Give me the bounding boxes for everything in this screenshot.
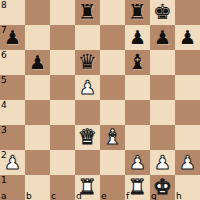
square-c7[interactable] [50, 25, 75, 50]
square-f5[interactable] [125, 75, 150, 100]
piece-black-bishop-f6: ♝ [125, 50, 150, 75]
chess-board: 8♜♜♚7♟♟♟♟6♟♛♝5♟43♛♝2♟♟♟♟1abcd♜ef♜g♚h [0, 0, 200, 200]
square-h1[interactable]: h [175, 175, 200, 200]
square-d2[interactable] [75, 150, 100, 175]
square-e4[interactable] [100, 100, 125, 125]
square-d5[interactable]: ♟ [75, 75, 100, 100]
square-d1[interactable]: d♜ [75, 175, 100, 200]
square-a1[interactable]: 1a [0, 175, 25, 200]
square-h8[interactable] [175, 0, 200, 25]
rank-label-3: 3 [1, 125, 7, 135]
square-h2[interactable]: ♟ [175, 150, 200, 175]
square-f6[interactable]: ♝ [125, 50, 150, 75]
square-c3[interactable] [50, 125, 75, 150]
file-label-e: e [101, 191, 107, 200]
piece-black-pawn-f7: ♟ [125, 25, 150, 50]
file-label-c: c [51, 191, 56, 200]
square-h7[interactable]: ♟ [175, 25, 200, 50]
piece-white-rook-f1: ♜ [125, 175, 150, 200]
file-label-b: b [26, 191, 32, 200]
square-a4[interactable]: 4 [0, 100, 25, 125]
square-d4[interactable] [75, 100, 100, 125]
rank-label-6: 6 [1, 50, 7, 60]
square-g4[interactable] [150, 100, 175, 125]
square-e7[interactable] [100, 25, 125, 50]
rank-label-4: 4 [1, 100, 7, 110]
square-e3[interactable]: ♝ [100, 125, 125, 150]
square-b1[interactable]: b [25, 175, 50, 200]
square-d8[interactable]: ♜ [75, 0, 100, 25]
square-g1[interactable]: g♚ [150, 175, 175, 200]
square-b5[interactable] [25, 75, 50, 100]
piece-white-bishop-e3: ♝ [100, 125, 125, 150]
piece-black-pawn-b6: ♟ [25, 50, 50, 75]
square-b4[interactable] [25, 100, 50, 125]
square-g7[interactable]: ♟ [150, 25, 175, 50]
square-a8[interactable]: 8 [0, 0, 25, 25]
square-c8[interactable] [50, 0, 75, 25]
square-d7[interactable] [75, 25, 100, 50]
square-c2[interactable] [50, 150, 75, 175]
rank-label-1: 1 [1, 175, 7, 185]
rank-label-8: 8 [1, 0, 7, 10]
piece-black-rook-d8: ♜ [75, 0, 100, 25]
square-g5[interactable] [150, 75, 175, 100]
square-b8[interactable] [25, 0, 50, 25]
file-label-h: h [176, 191, 182, 200]
square-h5[interactable] [175, 75, 200, 100]
square-f2[interactable]: ♟ [125, 150, 150, 175]
piece-white-king-g1: ♚ [150, 175, 175, 200]
square-a3[interactable]: 3 [0, 125, 25, 150]
piece-white-queen-d3: ♛ [75, 125, 100, 150]
square-f8[interactable]: ♜ [125, 0, 150, 25]
square-f3[interactable] [125, 125, 150, 150]
square-g6[interactable] [150, 50, 175, 75]
piece-black-pawn-h7: ♟ [175, 25, 200, 50]
square-c4[interactable] [50, 100, 75, 125]
square-g8[interactable]: ♚ [150, 0, 175, 25]
square-g3[interactable] [150, 125, 175, 150]
piece-white-pawn-d5: ♟ [75, 75, 100, 100]
square-a6[interactable]: 6 [0, 50, 25, 75]
square-b7[interactable] [25, 25, 50, 50]
square-g2[interactable]: ♟ [150, 150, 175, 175]
square-e5[interactable] [100, 75, 125, 100]
square-b6[interactable]: ♟ [25, 50, 50, 75]
piece-white-pawn-f2: ♟ [125, 150, 150, 175]
square-a5[interactable]: 5 [0, 75, 25, 100]
square-f1[interactable]: f♜ [125, 175, 150, 200]
square-e1[interactable]: e [100, 175, 125, 200]
piece-white-pawn-g2: ♟ [150, 150, 175, 175]
piece-white-pawn-a2: ♟ [0, 150, 25, 175]
piece-black-pawn-a7: ♟ [0, 25, 25, 50]
square-f4[interactable] [125, 100, 150, 125]
square-c5[interactable] [50, 75, 75, 100]
square-h6[interactable] [175, 50, 200, 75]
rank-label-5: 5 [1, 75, 7, 85]
file-label-a: a [1, 191, 7, 200]
square-f7[interactable]: ♟ [125, 25, 150, 50]
piece-black-queen-d6: ♛ [75, 50, 100, 75]
square-e6[interactable] [100, 50, 125, 75]
piece-white-pawn-h2: ♟ [175, 150, 200, 175]
square-h3[interactable] [175, 125, 200, 150]
piece-white-rook-d1: ♜ [75, 175, 100, 200]
square-c1[interactable]: c [50, 175, 75, 200]
square-b3[interactable] [25, 125, 50, 150]
square-c6[interactable] [50, 50, 75, 75]
square-b2[interactable] [25, 150, 50, 175]
square-e2[interactable] [100, 150, 125, 175]
piece-black-rook-f8: ♜ [125, 0, 150, 25]
square-h4[interactable] [175, 100, 200, 125]
square-e8[interactable] [100, 0, 125, 25]
piece-black-king-g8: ♚ [150, 0, 175, 25]
square-a7[interactable]: 7♟ [0, 25, 25, 50]
screenshot-stage: 8♜♜♚7♟♟♟♟6♟♛♝5♟43♛♝2♟♟♟♟1abcd♜ef♜g♚h [0, 0, 200, 200]
square-a2[interactable]: 2♟ [0, 150, 25, 175]
square-d6[interactable]: ♛ [75, 50, 100, 75]
piece-black-pawn-g7: ♟ [150, 25, 175, 50]
square-d3[interactable]: ♛ [75, 125, 100, 150]
